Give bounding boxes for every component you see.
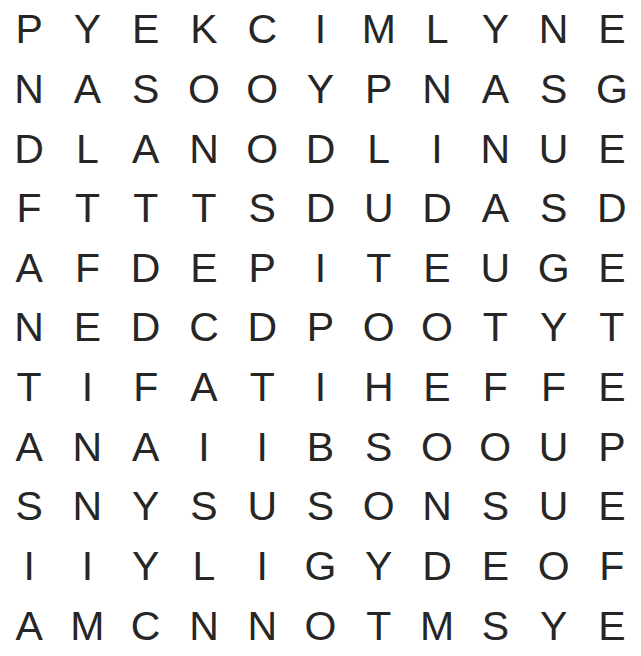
- grid-cell[interactable]: E: [408, 239, 466, 299]
- grid-cell[interactable]: Y: [524, 596, 582, 656]
- grid-cell[interactable]: T: [233, 358, 291, 418]
- grid-cell[interactable]: O: [408, 298, 466, 358]
- grid-cell[interactable]: E: [466, 537, 524, 597]
- grid-cell[interactable]: U: [233, 477, 291, 537]
- grid-cell[interactable]: S: [175, 477, 233, 537]
- grid-cell[interactable]: E: [583, 596, 641, 656]
- grid-cell[interactable]: H: [350, 358, 408, 418]
- grid-cell[interactable]: N: [408, 477, 466, 537]
- grid-cell[interactable]: U: [524, 119, 582, 179]
- grid-cell[interactable]: D: [233, 298, 291, 358]
- grid-cell[interactable]: T: [466, 298, 524, 358]
- grid-cell[interactable]: L: [350, 119, 408, 179]
- grid-cell[interactable]: T: [117, 179, 175, 239]
- grid-cell[interactable]: Y: [58, 0, 116, 60]
- grid-cell[interactable]: E: [583, 119, 641, 179]
- grid-cell[interactable]: I: [291, 239, 349, 299]
- grid-cell[interactable]: I: [58, 358, 116, 418]
- grid-cell[interactable]: O: [291, 596, 349, 656]
- grid-cell[interactable]: P: [291, 298, 349, 358]
- grid-cell[interactable]: D: [117, 239, 175, 299]
- grid-cell[interactable]: G: [291, 537, 349, 597]
- grid-cell[interactable]: U: [466, 239, 524, 299]
- grid-cell[interactable]: F: [524, 358, 582, 418]
- grid-cell[interactable]: N: [233, 596, 291, 656]
- grid-cell[interactable]: D: [291, 119, 349, 179]
- grid-cell[interactable]: A: [117, 119, 175, 179]
- grid-cell[interactable]: F: [583, 537, 641, 597]
- grid-cell[interactable]: Y: [117, 537, 175, 597]
- grid-cell[interactable]: E: [408, 358, 466, 418]
- grid-cell[interactable]: L: [408, 0, 466, 60]
- grid-cell[interactable]: E: [175, 239, 233, 299]
- grid-cell[interactable]: Y: [524, 298, 582, 358]
- grid-cell[interactable]: U: [350, 179, 408, 239]
- grid-cell[interactable]: N: [175, 596, 233, 656]
- grid-cell[interactable]: T: [175, 179, 233, 239]
- grid-cell[interactable]: D: [117, 298, 175, 358]
- grid-cell[interactable]: I: [0, 537, 58, 597]
- grid-cell[interactable]: O: [233, 60, 291, 120]
- grid-cell[interactable]: F: [58, 239, 116, 299]
- grid-cell[interactable]: Y: [117, 477, 175, 537]
- grid-cell[interactable]: D: [0, 119, 58, 179]
- grid-cell[interactable]: I: [408, 119, 466, 179]
- grid-cell[interactable]: C: [233, 0, 291, 60]
- grid-cell[interactable]: I: [233, 537, 291, 597]
- grid-cell[interactable]: D: [408, 537, 466, 597]
- grid-cell[interactable]: N: [466, 119, 524, 179]
- grid-cell[interactable]: M: [408, 596, 466, 656]
- grid-cell[interactable]: I: [291, 0, 349, 60]
- grid-cell[interactable]: A: [466, 179, 524, 239]
- grid-cell[interactable]: I: [175, 417, 233, 477]
- grid-cell[interactable]: E: [583, 239, 641, 299]
- grid-cell[interactable]: D: [408, 179, 466, 239]
- grid-cell[interactable]: C: [117, 596, 175, 656]
- grid-cell[interactable]: T: [350, 596, 408, 656]
- grid-cell[interactable]: N: [58, 417, 116, 477]
- grid-cell[interactable]: S: [350, 417, 408, 477]
- grid-cell[interactable]: O: [350, 298, 408, 358]
- grid-cell[interactable]: Y: [466, 0, 524, 60]
- grid-cell[interactable]: P: [583, 417, 641, 477]
- grid-cell[interactable]: N: [175, 119, 233, 179]
- grid-cell[interactable]: Y: [291, 60, 349, 120]
- grid-cell[interactable]: D: [291, 179, 349, 239]
- grid-cell[interactable]: M: [350, 0, 408, 60]
- grid-cell[interactable]: E: [583, 358, 641, 418]
- grid-cell[interactable]: A: [466, 60, 524, 120]
- grid-cell[interactable]: K: [175, 0, 233, 60]
- grid-cell[interactable]: L: [175, 537, 233, 597]
- grid-cell[interactable]: E: [58, 298, 116, 358]
- grid-cell[interactable]: E: [583, 0, 641, 60]
- grid-cell[interactable]: S: [466, 477, 524, 537]
- grid-cell[interactable]: P: [350, 60, 408, 120]
- grid-cell[interactable]: O: [408, 417, 466, 477]
- grid-cell[interactable]: P: [233, 239, 291, 299]
- grid-cell[interactable]: I: [291, 358, 349, 418]
- grid-cell[interactable]: N: [58, 477, 116, 537]
- grid-cell[interactable]: B: [291, 417, 349, 477]
- grid-cell[interactable]: S: [524, 60, 582, 120]
- grid-cell[interactable]: S: [0, 477, 58, 537]
- grid-cell[interactable]: D: [583, 179, 641, 239]
- grid-cell[interactable]: P: [0, 0, 58, 60]
- grid-cell[interactable]: T: [350, 239, 408, 299]
- grid-cell[interactable]: N: [408, 60, 466, 120]
- grid-cell[interactable]: S: [291, 477, 349, 537]
- grid-cell[interactable]: T: [583, 298, 641, 358]
- grid-cell[interactable]: U: [524, 417, 582, 477]
- grid-cell[interactable]: N: [524, 0, 582, 60]
- grid-cell[interactable]: F: [466, 358, 524, 418]
- grid-cell[interactable]: O: [175, 60, 233, 120]
- grid-cell[interactable]: A: [0, 417, 58, 477]
- grid-cell[interactable]: O: [524, 537, 582, 597]
- grid-cell[interactable]: A: [0, 596, 58, 656]
- grid-cell[interactable]: N: [0, 298, 58, 358]
- grid-cell[interactable]: F: [0, 179, 58, 239]
- grid-cell[interactable]: O: [233, 119, 291, 179]
- grid-cell[interactable]: M: [58, 596, 116, 656]
- grid-cell[interactable]: E: [117, 0, 175, 60]
- grid-cell[interactable]: N: [0, 60, 58, 120]
- grid-cell[interactable]: I: [58, 537, 116, 597]
- grid-cell[interactable]: E: [583, 477, 641, 537]
- grid-cell[interactable]: Y: [350, 537, 408, 597]
- grid-cell[interactable]: G: [524, 239, 582, 299]
- grid-cell[interactable]: A: [58, 60, 116, 120]
- word-search-grid: PYEKCIMLYNENASOOYPNASGDLANODLINUEFTTTSDU…: [0, 0, 641, 656]
- grid-cell[interactable]: O: [350, 477, 408, 537]
- grid-cell[interactable]: T: [58, 179, 116, 239]
- grid-cell[interactable]: I: [233, 417, 291, 477]
- grid-cell[interactable]: A: [0, 239, 58, 299]
- grid-cell[interactable]: U: [524, 477, 582, 537]
- grid-cell[interactable]: S: [117, 60, 175, 120]
- grid-cell[interactable]: S: [524, 179, 582, 239]
- grid-cell[interactable]: F: [117, 358, 175, 418]
- grid-cell[interactable]: A: [175, 358, 233, 418]
- grid-cell[interactable]: C: [175, 298, 233, 358]
- grid-cell[interactable]: A: [117, 417, 175, 477]
- grid-cell[interactable]: S: [466, 596, 524, 656]
- grid-cell[interactable]: T: [0, 358, 58, 418]
- grid-cell[interactable]: G: [583, 60, 641, 120]
- grid-cell[interactable]: O: [466, 417, 524, 477]
- grid-cell[interactable]: S: [233, 179, 291, 239]
- grid-cell[interactable]: L: [58, 119, 116, 179]
